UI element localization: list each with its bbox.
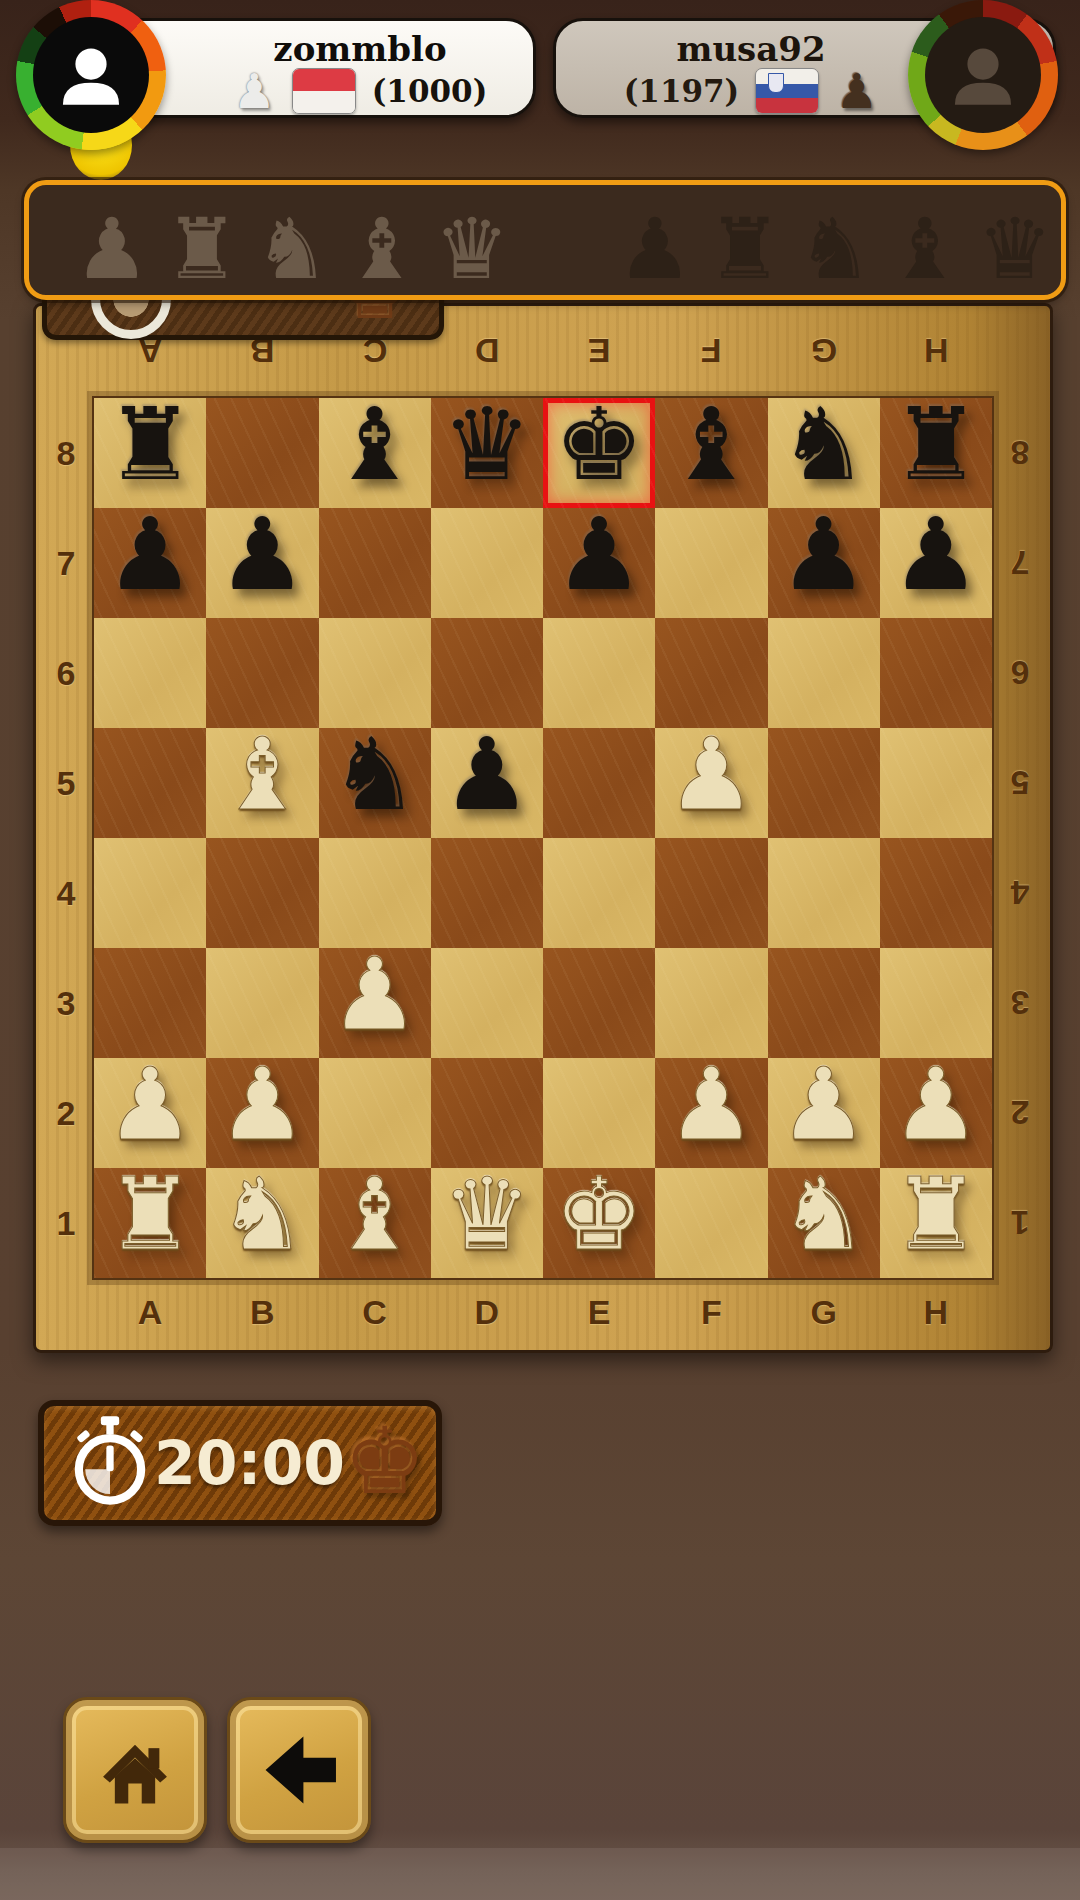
file-label-bottom-d: D bbox=[431, 1284, 543, 1340]
white-bishop[interactable]: ♝ bbox=[206, 720, 318, 830]
white-pawn[interactable]: ♟ bbox=[206, 1050, 318, 1160]
square-e3[interactable] bbox=[543, 948, 655, 1058]
square-g8[interactable]: ♞ bbox=[768, 398, 880, 508]
white-rook[interactable]: ♜ bbox=[94, 1160, 206, 1270]
rank-label-left-1: 1 bbox=[44, 1168, 88, 1278]
ghost-white-knight: ♞ bbox=[247, 195, 337, 295]
ghost-black-queen: ♛ bbox=[970, 195, 1060, 295]
white-knight[interactable]: ♞ bbox=[206, 1160, 318, 1270]
square-f2[interactable]: ♟ bbox=[655, 1058, 767, 1168]
rank-label-right-5: 5 bbox=[998, 728, 1042, 838]
square-h3[interactable] bbox=[880, 948, 992, 1058]
black-player-avatar bbox=[908, 0, 1058, 150]
black-rook[interactable]: ♜ bbox=[94, 390, 206, 500]
square-h8[interactable]: ♜ bbox=[880, 398, 992, 508]
tray-white-group: ♟♜♞♝♛ bbox=[67, 195, 517, 295]
square-g1[interactable]: ♞ bbox=[768, 1168, 880, 1278]
rank-label-left-8: 8 bbox=[44, 398, 88, 508]
black-pawn[interactable]: ♟ bbox=[543, 500, 655, 610]
black-knight[interactable]: ♞ bbox=[319, 720, 431, 830]
indonesia-flag bbox=[292, 68, 356, 114]
black-pawn[interactable]: ♟ bbox=[206, 500, 318, 610]
black-pawn[interactable]: ♟ bbox=[431, 720, 543, 830]
white-pawn[interactable]: ♟ bbox=[768, 1050, 880, 1160]
square-a5[interactable] bbox=[94, 728, 206, 838]
square-d1[interactable]: ♛ bbox=[431, 1168, 543, 1278]
capture-tray: ♟♜♞♝♛ ♟♜♞♝♛ bbox=[24, 180, 1066, 300]
square-d7[interactable] bbox=[431, 508, 543, 618]
ghost-white-pawn: ♟ bbox=[67, 195, 157, 295]
white-rook[interactable]: ♜ bbox=[880, 1160, 992, 1270]
black-bishop[interactable]: ♝ bbox=[655, 390, 767, 500]
square-e7[interactable]: ♟ bbox=[543, 508, 655, 618]
square-g2[interactable]: ♟ bbox=[768, 1058, 880, 1168]
square-f8[interactable]: ♝ bbox=[655, 398, 767, 508]
white-queen[interactable]: ♛ bbox=[431, 1160, 543, 1270]
file-label-bottom-h: H bbox=[880, 1284, 992, 1340]
stopwatch-icon bbox=[66, 1416, 154, 1508]
square-a1[interactable]: ♜ bbox=[94, 1168, 206, 1278]
bottom-strip bbox=[0, 1848, 1080, 1900]
square-b4[interactable] bbox=[206, 838, 318, 948]
square-h4[interactable] bbox=[880, 838, 992, 948]
square-b7[interactable]: ♟ bbox=[206, 508, 318, 618]
white-knight[interactable]: ♞ bbox=[768, 1160, 880, 1270]
square-a3[interactable] bbox=[94, 948, 206, 1058]
rank-label-right-2: 2 bbox=[998, 1058, 1042, 1168]
back-button[interactable] bbox=[227, 1697, 371, 1843]
file-label-top-h: H bbox=[880, 320, 992, 382]
square-a7[interactable]: ♟ bbox=[94, 508, 206, 618]
ghost-white-queen: ♛ bbox=[427, 195, 517, 295]
rank-label-left-7: 7 bbox=[44, 508, 88, 618]
white-pawn[interactable]: ♟ bbox=[655, 1050, 767, 1160]
ghost-black-rook: ♜ bbox=[700, 195, 790, 295]
person-icon bbox=[944, 36, 1022, 114]
person-icon bbox=[52, 36, 130, 114]
ghost-black-pawn: ♟ bbox=[610, 195, 700, 295]
square-c8[interactable]: ♝ bbox=[319, 398, 431, 508]
file-label-bottom-c: C bbox=[319, 1284, 431, 1340]
black-player-rating: (1197) bbox=[624, 73, 740, 109]
square-h7[interactable]: ♟ bbox=[880, 508, 992, 618]
clock-time: 20:00 bbox=[154, 1428, 334, 1498]
square-d3[interactable] bbox=[431, 948, 543, 1058]
black-rook[interactable]: ♜ bbox=[880, 390, 992, 500]
rank-label-left-2: 2 bbox=[44, 1058, 88, 1168]
square-f5[interactable]: ♟ bbox=[655, 728, 767, 838]
rank-label-left-5: 5 bbox=[44, 728, 88, 838]
white-pawn-icon: ♟ bbox=[233, 67, 276, 115]
rank-label-right-8: 8 bbox=[998, 398, 1042, 508]
rank-label-right-1: 1 bbox=[998, 1168, 1042, 1278]
file-label-bottom-a: A bbox=[94, 1284, 206, 1340]
square-g4[interactable] bbox=[768, 838, 880, 948]
square-d8[interactable]: ♛ bbox=[431, 398, 543, 508]
square-e1[interactable]: ♚ bbox=[543, 1168, 655, 1278]
rank-label-left-3: 3 bbox=[44, 948, 88, 1058]
square-a2[interactable]: ♟ bbox=[94, 1058, 206, 1168]
square-b3[interactable] bbox=[206, 948, 318, 1058]
square-b1[interactable]: ♞ bbox=[206, 1168, 318, 1278]
square-a4[interactable] bbox=[94, 838, 206, 948]
square-f3[interactable] bbox=[655, 948, 767, 1058]
black-king[interactable]: ♚ bbox=[543, 390, 655, 500]
square-b6[interactable] bbox=[206, 618, 318, 728]
square-g7[interactable]: ♟ bbox=[768, 508, 880, 618]
square-e5[interactable] bbox=[543, 728, 655, 838]
black-pawn-icon: ♟ bbox=[835, 67, 878, 115]
black-king-icon: ♚ bbox=[344, 1408, 426, 1515]
square-g6[interactable] bbox=[768, 618, 880, 728]
rank-label-right-7: 7 bbox=[998, 508, 1042, 618]
file-label-bottom-b: B bbox=[206, 1284, 318, 1340]
rank-label-right-4: 4 bbox=[998, 838, 1042, 948]
square-d4[interactable] bbox=[431, 838, 543, 948]
square-f4[interactable] bbox=[655, 838, 767, 948]
square-e4[interactable] bbox=[543, 838, 655, 948]
file-label-top-f: F bbox=[655, 320, 767, 382]
white-king[interactable]: ♚ bbox=[543, 1160, 655, 1270]
rank-label-right-3: 3 bbox=[998, 948, 1042, 1058]
file-label-bottom-e: E bbox=[543, 1284, 655, 1340]
home-button[interactable] bbox=[63, 1697, 207, 1843]
ghost-black-bishop: ♝ bbox=[880, 195, 970, 295]
white-bishop[interactable]: ♝ bbox=[319, 1160, 431, 1270]
square-h6[interactable] bbox=[880, 618, 992, 728]
file-label-top-g: G bbox=[768, 320, 880, 382]
square-h5[interactable] bbox=[880, 728, 992, 838]
rank-label-left-4: 4 bbox=[44, 838, 88, 948]
player-timer-plaque: 20:00 ♚ bbox=[38, 1400, 442, 1526]
white-pawn[interactable]: ♟ bbox=[880, 1050, 992, 1160]
black-bishop[interactable]: ♝ bbox=[319, 390, 431, 500]
white-player-avatar bbox=[16, 0, 166, 150]
ghost-white-bishop: ♝ bbox=[337, 195, 427, 295]
tray-black-group: ♟♜♞♝♛ bbox=[610, 195, 1060, 295]
square-e6[interactable] bbox=[543, 618, 655, 728]
back-arrow-icon bbox=[255, 1726, 343, 1814]
square-b8[interactable] bbox=[206, 398, 318, 508]
white-pawn[interactable]: ♟ bbox=[94, 1050, 206, 1160]
ghost-black-knight: ♞ bbox=[790, 195, 880, 295]
square-h2[interactable]: ♟ bbox=[880, 1058, 992, 1168]
chess-board: ♜♝♛♚♝♞♜♟♟♟♟♟♝♞♟♟♟♟♟♟♟♟♜♞♝♛♚♞♜ AABBCCDDEE… bbox=[33, 303, 1053, 1353]
square-b2[interactable]: ♟ bbox=[206, 1058, 318, 1168]
square-d2[interactable] bbox=[431, 1058, 543, 1168]
slovenia-flag bbox=[755, 68, 819, 114]
square-a8[interactable]: ♜ bbox=[94, 398, 206, 508]
board-squares: ♜♝♛♚♝♞♜♟♟♟♟♟♝♞♟♟♟♟♟♟♟♟♜♞♝♛♚♞♜ bbox=[94, 398, 992, 1278]
square-c7[interactable] bbox=[319, 508, 431, 618]
square-d6[interactable] bbox=[431, 618, 543, 728]
square-f6[interactable] bbox=[655, 618, 767, 728]
black-pawn[interactable]: ♟ bbox=[94, 500, 206, 610]
white-pawn[interactable]: ♟ bbox=[655, 720, 767, 830]
square-c1[interactable]: ♝ bbox=[319, 1168, 431, 1278]
square-c5[interactable]: ♞ bbox=[319, 728, 431, 838]
home-icon bbox=[93, 1728, 177, 1812]
square-a6[interactable] bbox=[94, 618, 206, 728]
square-c2[interactable] bbox=[319, 1058, 431, 1168]
square-f7[interactable] bbox=[655, 508, 767, 618]
file-label-top-e: E bbox=[543, 320, 655, 382]
file-label-bottom-f: F bbox=[655, 1284, 767, 1340]
square-e8[interactable]: ♚ bbox=[543, 398, 655, 508]
rank-label-left-6: 6 bbox=[44, 618, 88, 728]
black-queen[interactable]: ♛ bbox=[431, 390, 543, 500]
black-knight[interactable]: ♞ bbox=[768, 390, 880, 500]
ghost-white-rook: ♜ bbox=[157, 195, 247, 295]
square-g3[interactable] bbox=[768, 948, 880, 1058]
white-pawn[interactable]: ♟ bbox=[319, 940, 431, 1050]
square-c6[interactable] bbox=[319, 618, 431, 728]
square-b5[interactable]: ♝ bbox=[206, 728, 318, 838]
black-pawn[interactable]: ♟ bbox=[880, 500, 992, 610]
file-label-bottom-g: G bbox=[768, 1284, 880, 1340]
rank-label-right-6: 6 bbox=[998, 618, 1042, 728]
black-pawn[interactable]: ♟ bbox=[768, 500, 880, 610]
square-c4[interactable] bbox=[319, 838, 431, 948]
white-player-rating: (1000) bbox=[372, 73, 488, 109]
square-e2[interactable] bbox=[543, 1058, 655, 1168]
square-c3[interactable]: ♟ bbox=[319, 948, 431, 1058]
square-h1[interactable]: ♜ bbox=[880, 1168, 992, 1278]
square-d5[interactable]: ♟ bbox=[431, 728, 543, 838]
square-g5[interactable] bbox=[768, 728, 880, 838]
file-label-top-d: D bbox=[431, 320, 543, 382]
square-f1[interactable] bbox=[655, 1168, 767, 1278]
